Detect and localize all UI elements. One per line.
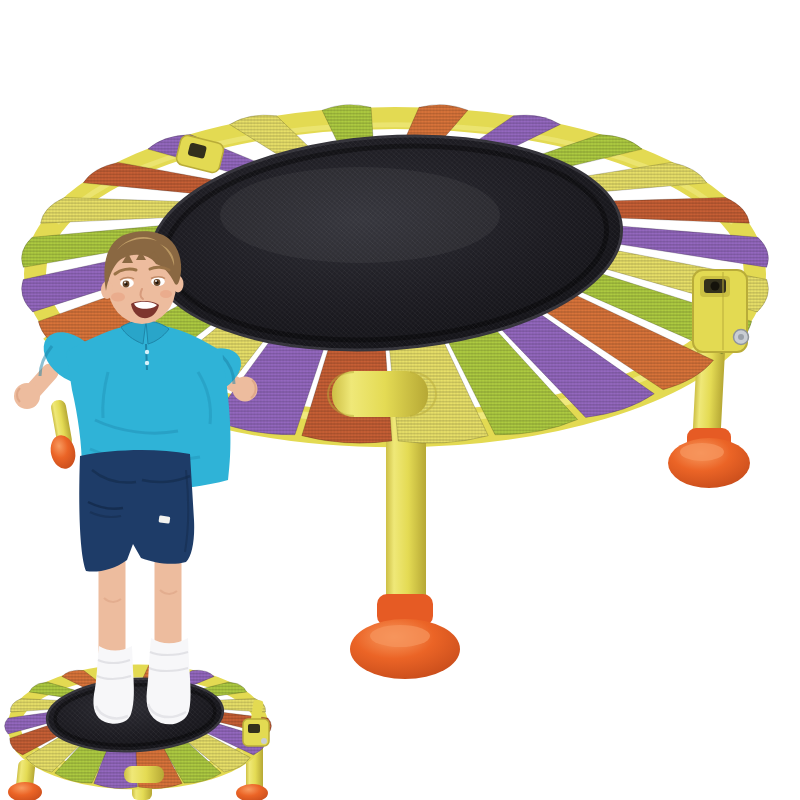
- boy-right-fist: [233, 377, 258, 402]
- boy-left-cheek: [111, 293, 125, 302]
- small-bracket-bolt: [261, 738, 267, 744]
- product-photo: [0, 0, 800, 800]
- large-hidden-left-leg: [47, 399, 79, 471]
- boy-button-1: [145, 350, 149, 354]
- hidden-leg-foot: [47, 433, 79, 472]
- boy-button-2: [145, 361, 149, 365]
- boy-right-eye-glint: [155, 280, 157, 282]
- large-right-bracket: [693, 270, 749, 352]
- small-tee-joint: [124, 766, 164, 783]
- right-bracket-hole-center: [711, 282, 720, 291]
- large-front-leg: [350, 408, 460, 679]
- small-trampoline: [5, 663, 272, 800]
- boy-placket: [146, 344, 147, 370]
- boy-left-eye-glint: [124, 282, 126, 284]
- right-foot-highlight: [680, 443, 724, 461]
- boy-shorts: [79, 450, 194, 572]
- small-right-foot: [236, 784, 268, 800]
- boy-right-cheek: [160, 290, 172, 298]
- small-bracket-hole: [248, 724, 260, 733]
- tee-joint-body: [332, 371, 428, 417]
- small-left-foot: [8, 782, 42, 800]
- front-foot-highlight: [370, 625, 430, 647]
- trampoline-scene: [0, 0, 800, 800]
- small-front-tee-joint: [124, 766, 164, 783]
- mat-sheen: [220, 167, 500, 263]
- large-front-tee-joint: [328, 371, 436, 417]
- right-bracket-bolt-center: [738, 334, 744, 340]
